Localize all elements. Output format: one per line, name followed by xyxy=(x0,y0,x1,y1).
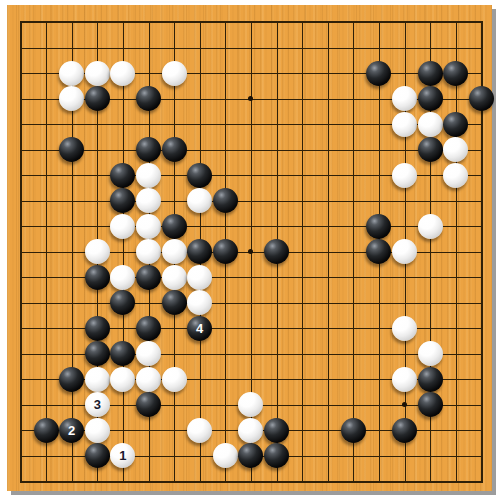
black-stone[interactable] xyxy=(418,86,443,111)
black-stone[interactable] xyxy=(136,316,161,341)
white-stone[interactable]: 1 xyxy=(110,443,135,468)
white-stone[interactable] xyxy=(85,367,110,392)
black-stone[interactable] xyxy=(443,112,468,137)
white-stone[interactable] xyxy=(59,61,84,86)
white-stone[interactable] xyxy=(85,239,110,264)
black-stone[interactable] xyxy=(136,137,161,162)
black-stone[interactable] xyxy=(418,137,443,162)
white-stone[interactable] xyxy=(136,239,161,264)
black-stone[interactable] xyxy=(136,265,161,290)
black-stone[interactable] xyxy=(162,214,187,239)
white-stone[interactable] xyxy=(162,239,187,264)
star-point xyxy=(402,402,407,407)
black-stone[interactable] xyxy=(443,61,468,86)
black-stone[interactable] xyxy=(162,290,187,315)
white-stone[interactable] xyxy=(392,316,417,341)
white-stone[interactable] xyxy=(136,188,161,213)
black-stone[interactable] xyxy=(110,163,135,188)
black-stone[interactable]: 4 xyxy=(187,316,212,341)
black-stone[interactable] xyxy=(85,316,110,341)
white-stone[interactable]: 3 xyxy=(85,392,110,417)
white-stone[interactable] xyxy=(392,239,417,264)
go-board[interactable]: 4321 xyxy=(7,5,492,491)
black-stone[interactable] xyxy=(418,392,443,417)
black-stone[interactable] xyxy=(469,86,494,111)
white-stone[interactable] xyxy=(136,214,161,239)
white-stone[interactable] xyxy=(238,418,263,443)
black-stone[interactable] xyxy=(136,86,161,111)
black-stone[interactable] xyxy=(213,239,238,264)
white-stone[interactable] xyxy=(110,265,135,290)
white-stone[interactable] xyxy=(392,163,417,188)
move-number-label: 2 xyxy=(59,418,84,443)
black-stone[interactable] xyxy=(341,418,366,443)
white-stone[interactable] xyxy=(162,367,187,392)
black-stone[interactable] xyxy=(187,163,212,188)
page: 4321 xyxy=(0,0,504,504)
white-stone[interactable] xyxy=(392,112,417,137)
black-stone[interactable] xyxy=(85,443,110,468)
white-stone[interactable] xyxy=(136,163,161,188)
black-stone[interactable] xyxy=(418,61,443,86)
white-stone[interactable] xyxy=(110,367,135,392)
white-stone[interactable] xyxy=(85,418,110,443)
black-stone[interactable] xyxy=(85,341,110,366)
move-number-label: 4 xyxy=(187,316,212,341)
white-stone[interactable] xyxy=(187,418,212,443)
white-stone[interactable] xyxy=(418,341,443,366)
white-stone[interactable] xyxy=(213,443,238,468)
white-stone[interactable] xyxy=(162,61,187,86)
black-stone[interactable] xyxy=(85,265,110,290)
black-stone[interactable] xyxy=(366,214,391,239)
black-stone[interactable] xyxy=(366,61,391,86)
black-stone[interactable] xyxy=(213,188,238,213)
black-stone[interactable] xyxy=(264,443,289,468)
white-stone[interactable] xyxy=(418,214,443,239)
white-stone[interactable] xyxy=(392,86,417,111)
black-stone[interactable] xyxy=(136,392,161,417)
black-stone[interactable] xyxy=(85,86,110,111)
black-stone[interactable]: 2 xyxy=(59,418,84,443)
black-stone[interactable] xyxy=(418,367,443,392)
white-stone[interactable] xyxy=(85,61,110,86)
black-stone[interactable] xyxy=(264,239,289,264)
white-stone[interactable] xyxy=(110,61,135,86)
black-stone[interactable] xyxy=(392,418,417,443)
black-stone[interactable] xyxy=(34,418,59,443)
white-stone[interactable] xyxy=(187,265,212,290)
white-stone[interactable] xyxy=(110,214,135,239)
move-number-label: 1 xyxy=(110,443,135,468)
white-stone[interactable] xyxy=(418,112,443,137)
black-stone[interactable] xyxy=(264,418,289,443)
white-stone[interactable] xyxy=(136,341,161,366)
white-stone[interactable] xyxy=(136,367,161,392)
black-stone[interactable] xyxy=(59,367,84,392)
white-stone[interactable] xyxy=(443,163,468,188)
white-stone[interactable] xyxy=(392,367,417,392)
black-stone[interactable] xyxy=(162,137,187,162)
move-number-label: 3 xyxy=(85,392,110,417)
white-stone[interactable] xyxy=(162,265,187,290)
